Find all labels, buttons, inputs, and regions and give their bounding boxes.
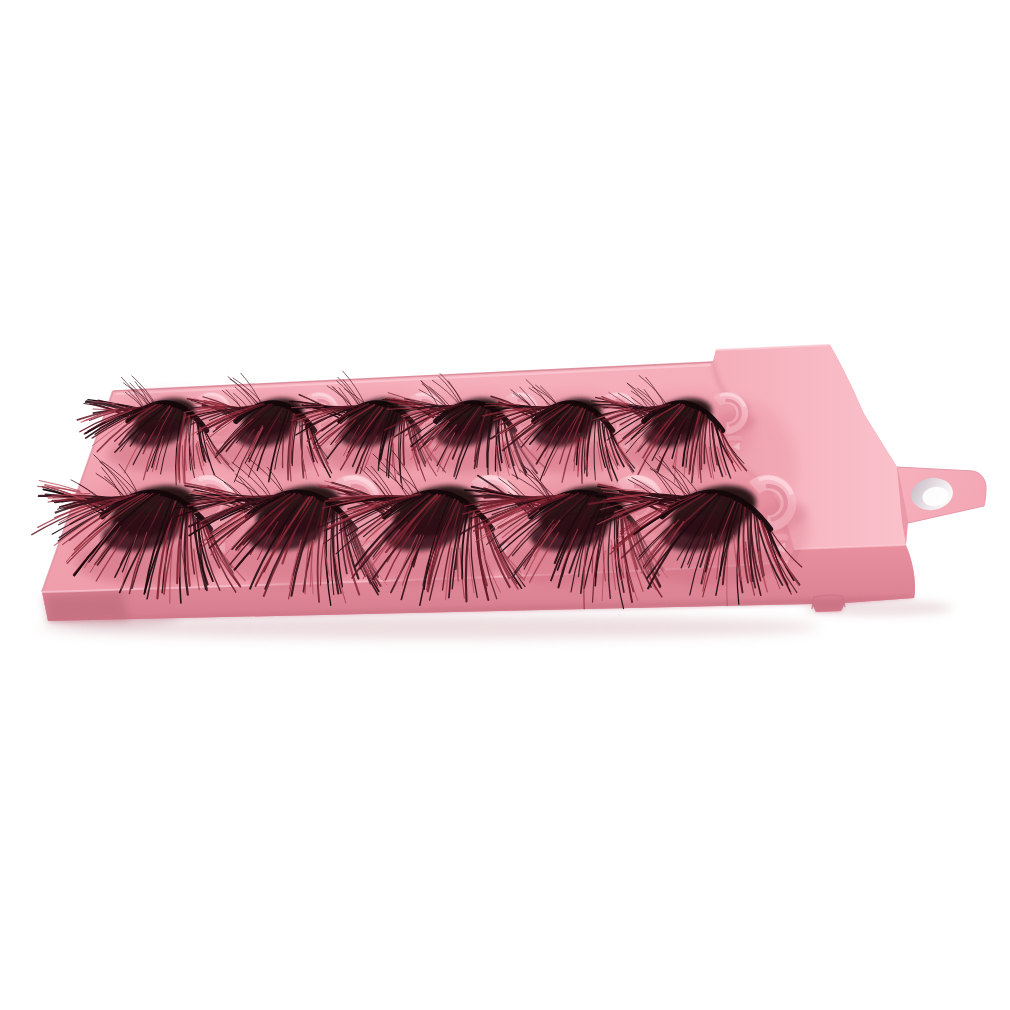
lash-rows (32, 371, 814, 609)
product-photo: False eyelashes in pink plastic tray (0, 0, 1010, 1010)
lash-hair-tip (458, 539, 459, 580)
eyelash-tray-photo (0, 0, 1010, 1010)
front-face-stain (44, 590, 130, 621)
lash-hair-tip (49, 498, 84, 499)
